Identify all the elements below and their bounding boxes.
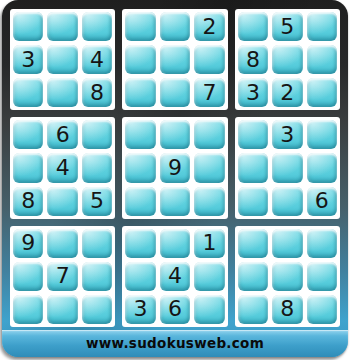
cell-r6c2[interactable] bbox=[47, 187, 77, 216]
box-2-1: 6485 bbox=[10, 117, 115, 218]
cell-r5c5[interactable]: 9 bbox=[160, 153, 190, 182]
cell-r1c4[interactable] bbox=[125, 12, 155, 41]
cell-r7c7[interactable] bbox=[238, 229, 268, 258]
box-3-1: 97 bbox=[10, 226, 115, 327]
cell-r9c5[interactable]: 6 bbox=[160, 295, 190, 324]
cell-r1c9[interactable] bbox=[307, 12, 337, 41]
cell-r4c2[interactable]: 6 bbox=[47, 120, 77, 149]
cell-r2c5[interactable] bbox=[160, 45, 190, 74]
cell-r6c1[interactable]: 8 bbox=[13, 187, 43, 216]
box-3-3: 8 bbox=[235, 226, 340, 327]
sudoku-puzzle-image: 34827583264859369714368 www.sudokusweb.c… bbox=[0, 0, 350, 360]
cell-r3c1[interactable] bbox=[13, 78, 43, 107]
cell-r5c7[interactable] bbox=[238, 153, 268, 182]
cell-r9c4[interactable]: 3 bbox=[125, 295, 155, 324]
cell-r4c6[interactable] bbox=[194, 120, 224, 149]
cell-r5c3[interactable] bbox=[82, 153, 112, 182]
box-2-2: 9 bbox=[122, 117, 227, 218]
cell-r8c1[interactable] bbox=[13, 262, 43, 291]
cell-r3c6[interactable]: 7 bbox=[194, 78, 224, 107]
cell-r3c5[interactable] bbox=[160, 78, 190, 107]
cell-r1c8[interactable]: 5 bbox=[272, 12, 302, 41]
cell-r3c8[interactable]: 2 bbox=[272, 78, 302, 107]
cell-r6c6[interactable] bbox=[194, 187, 224, 216]
cell-r8c4[interactable] bbox=[125, 262, 155, 291]
cell-r9c9[interactable] bbox=[307, 295, 337, 324]
cell-r1c1[interactable] bbox=[13, 12, 43, 41]
cell-r3c2[interactable] bbox=[47, 78, 77, 107]
cell-r6c9[interactable]: 6 bbox=[307, 187, 337, 216]
cell-r5c4[interactable] bbox=[125, 153, 155, 182]
cell-r4c5[interactable] bbox=[160, 120, 190, 149]
cell-r7c4[interactable] bbox=[125, 229, 155, 258]
box-2-3: 36 bbox=[235, 117, 340, 218]
cell-r4c8[interactable]: 3 bbox=[272, 120, 302, 149]
cell-r1c5[interactable] bbox=[160, 12, 190, 41]
cell-r2c4[interactable] bbox=[125, 45, 155, 74]
cell-r9c8[interactable]: 8 bbox=[272, 295, 302, 324]
cell-r7c1[interactable]: 9 bbox=[13, 229, 43, 258]
footer-band: www.sudokusweb.com bbox=[2, 330, 348, 357]
cell-r4c4[interactable] bbox=[125, 120, 155, 149]
cell-r3c7[interactable]: 3 bbox=[238, 78, 268, 107]
cell-r2c6[interactable] bbox=[194, 45, 224, 74]
cell-r3c3[interactable]: 8 bbox=[82, 78, 112, 107]
board-frame: 34827583264859369714368 www.sudokusweb.c… bbox=[2, 0, 348, 357]
cell-r9c7[interactable] bbox=[238, 295, 268, 324]
cell-r7c5[interactable] bbox=[160, 229, 190, 258]
cell-r7c3[interactable] bbox=[82, 229, 112, 258]
cell-r5c6[interactable] bbox=[194, 153, 224, 182]
cell-r8c6[interactable] bbox=[194, 262, 224, 291]
cell-r6c5[interactable] bbox=[160, 187, 190, 216]
cell-r2c9[interactable] bbox=[307, 45, 337, 74]
cell-r8c8[interactable] bbox=[272, 262, 302, 291]
cell-r4c3[interactable] bbox=[82, 120, 112, 149]
cell-r8c5[interactable]: 4 bbox=[160, 262, 190, 291]
cell-r3c4[interactable] bbox=[125, 78, 155, 107]
box-3-2: 1436 bbox=[122, 226, 227, 327]
cell-r6c7[interactable] bbox=[238, 187, 268, 216]
cell-r5c2[interactable]: 4 bbox=[47, 153, 77, 182]
cell-r6c4[interactable] bbox=[125, 187, 155, 216]
cell-r4c9[interactable] bbox=[307, 120, 337, 149]
cell-r5c1[interactable] bbox=[13, 153, 43, 182]
box-1-2: 27 bbox=[122, 9, 227, 110]
cell-r8c9[interactable] bbox=[307, 262, 337, 291]
cell-r1c6[interactable]: 2 bbox=[194, 12, 224, 41]
cell-r8c7[interactable] bbox=[238, 262, 268, 291]
cell-r9c2[interactable] bbox=[47, 295, 77, 324]
cell-r7c8[interactable] bbox=[272, 229, 302, 258]
cell-r9c3[interactable] bbox=[82, 295, 112, 324]
website-url: www.sudokusweb.com bbox=[86, 335, 264, 353]
cell-r2c2[interactable] bbox=[47, 45, 77, 74]
cell-r5c9[interactable] bbox=[307, 153, 337, 182]
cell-r7c9[interactable] bbox=[307, 229, 337, 258]
cell-r3c9[interactable] bbox=[307, 78, 337, 107]
sudoku-board: 34827583264859369714368 bbox=[10, 9, 340, 327]
cell-r2c3[interactable]: 4 bbox=[82, 45, 112, 74]
cell-r7c6[interactable]: 1 bbox=[194, 229, 224, 258]
cell-r1c7[interactable] bbox=[238, 12, 268, 41]
box-1-1: 348 bbox=[10, 9, 115, 110]
cell-r2c1[interactable]: 3 bbox=[13, 45, 43, 74]
cell-r8c2[interactable]: 7 bbox=[47, 262, 77, 291]
cell-r9c6[interactable] bbox=[194, 295, 224, 324]
cell-r8c3[interactable] bbox=[82, 262, 112, 291]
cell-r4c1[interactable] bbox=[13, 120, 43, 149]
cell-r9c1[interactable] bbox=[13, 295, 43, 324]
cell-r5c8[interactable] bbox=[272, 153, 302, 182]
cell-r1c3[interactable] bbox=[82, 12, 112, 41]
cell-r7c2[interactable] bbox=[47, 229, 77, 258]
cell-r6c8[interactable] bbox=[272, 187, 302, 216]
box-1-3: 5832 bbox=[235, 9, 340, 110]
cell-r4c7[interactable] bbox=[238, 120, 268, 149]
cell-r6c3[interactable]: 5 bbox=[82, 187, 112, 216]
cell-r2c8[interactable] bbox=[272, 45, 302, 74]
cell-r2c7[interactable]: 8 bbox=[238, 45, 268, 74]
cell-r1c2[interactable] bbox=[47, 12, 77, 41]
